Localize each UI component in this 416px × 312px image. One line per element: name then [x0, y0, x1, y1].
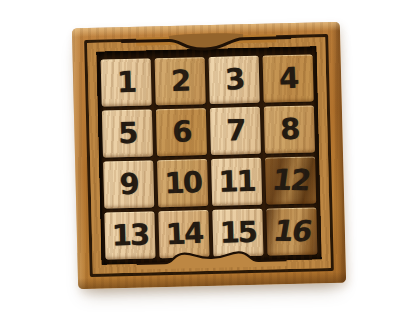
tile-number: 8 — [280, 115, 299, 144]
puzzle-box: 1 2 3 4 5 6 7 8 9 10 11 12 13 14 15 16 — [72, 22, 346, 289]
tile-number: 6 — [172, 117, 191, 147]
tile-12[interactable]: 12 — [265, 156, 316, 204]
tile-number: 14 — [165, 219, 203, 249]
tile-16[interactable]: 16 — [266, 207, 317, 255]
tile-7[interactable]: 7 — [210, 107, 261, 155]
tile-13[interactable]: 13 — [104, 211, 155, 259]
tile-14[interactable]: 14 — [158, 210, 209, 258]
tile-number: 9 — [119, 170, 138, 199]
tile-number: 7 — [226, 116, 245, 145]
tile-number: 13 — [111, 221, 148, 251]
tile-number: 4 — [278, 64, 297, 94]
tile-8[interactable]: 8 — [264, 105, 315, 153]
tile-1[interactable]: 1 — [101, 58, 152, 106]
tile-number: 15 — [219, 218, 256, 248]
lid-groove: 1 2 3 4 5 6 7 8 9 10 11 12 13 14 15 16 — [84, 34, 334, 277]
tile-well: 1 2 3 4 5 6 7 8 9 10 11 12 13 14 15 16 — [96, 46, 321, 264]
tile-4[interactable]: 4 — [263, 54, 314, 102]
tile-10[interactable]: 10 — [157, 159, 208, 207]
tile-number: 3 — [224, 65, 244, 95]
tile-number: 12 — [271, 166, 311, 195]
tile-11[interactable]: 11 — [211, 158, 262, 206]
tile-number: 10 — [164, 168, 202, 198]
tile-number: 2 — [171, 66, 190, 95]
photo-background: 1 2 3 4 5 6 7 8 9 10 11 12 13 14 15 16 — [0, 0, 416, 312]
tile-number: 11 — [218, 167, 255, 197]
lid-frame: 1 2 3 4 5 6 7 8 9 10 11 12 13 14 15 16 — [87, 37, 331, 274]
tile-number: 1 — [117, 68, 136, 97]
tile-2[interactable]: 2 — [155, 57, 206, 105]
tile-number: 16 — [271, 217, 312, 246]
tile-number: 5 — [118, 119, 137, 148]
tile-5[interactable]: 5 — [102, 109, 153, 157]
tile-3[interactable]: 3 — [209, 56, 260, 104]
tile-15[interactable]: 15 — [212, 209, 263, 257]
tile-6[interactable]: 6 — [156, 108, 207, 156]
tile-9[interactable]: 9 — [103, 160, 154, 208]
